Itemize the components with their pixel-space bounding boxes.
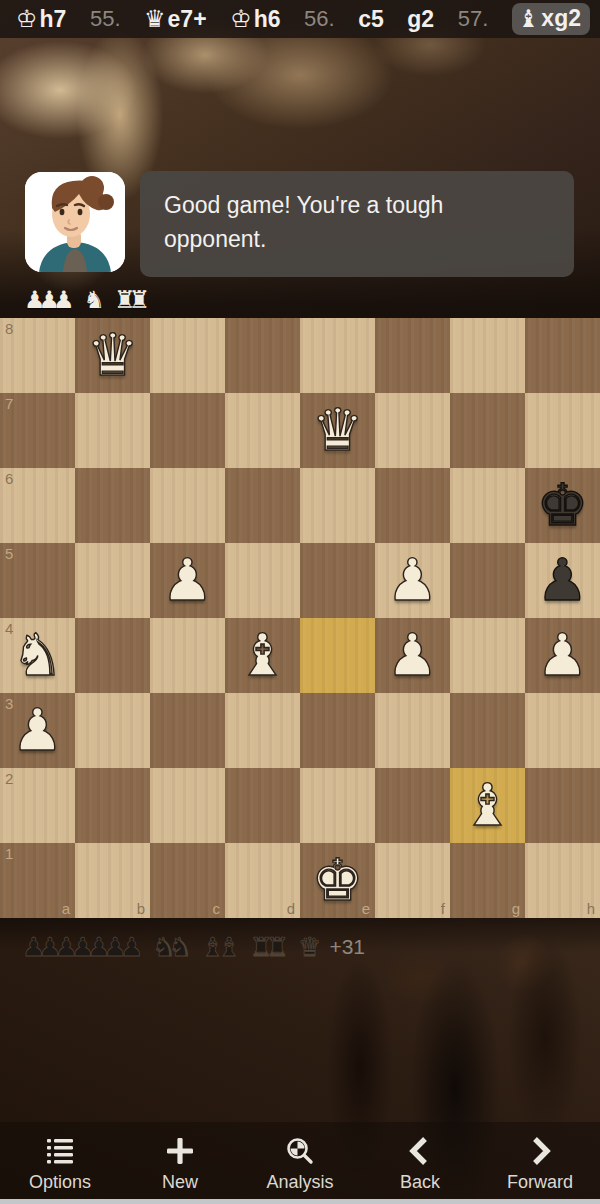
file-label-g: g xyxy=(512,900,520,917)
options-label: Options xyxy=(29,1172,91,1193)
move-text: g2 xyxy=(407,6,434,33)
move-text: c5 xyxy=(358,6,384,33)
move-number: 56. xyxy=(304,6,335,32)
captured-white-pawn-icon: ♟ xyxy=(53,288,75,312)
piece-white-bishop-d4[interactable]: ♝ xyxy=(237,618,289,693)
square-d6[interactable] xyxy=(225,468,300,543)
square-d8[interactable] xyxy=(225,318,300,393)
square-b2[interactable] xyxy=(75,768,150,843)
rank-label-1: 1 xyxy=(5,845,13,862)
square-a3[interactable]: 3♟ xyxy=(0,693,75,768)
square-e3[interactable] xyxy=(300,693,375,768)
move-text: h7 xyxy=(40,6,67,33)
analysis-label: Analysis xyxy=(266,1172,333,1193)
square-c3[interactable] xyxy=(150,693,225,768)
chess-app-screen: ♔h755.♛e7+♔h656.c5g257.♝xg2 Good game! Y… xyxy=(0,0,600,1204)
square-a8[interactable]: 8 xyxy=(0,318,75,393)
square-c2[interactable] xyxy=(150,768,225,843)
chevron-left-icon xyxy=(405,1136,435,1166)
forward-button[interactable]: Forward xyxy=(480,1128,600,1204)
current-move[interactable]: ♝xg2 xyxy=(512,3,590,35)
piece-white-pawn-f4[interactable]: ♟ xyxy=(387,618,439,693)
move-token[interactable]: g2 xyxy=(407,6,434,33)
file-label-f: f xyxy=(441,900,445,917)
bottom-nav: Options New Analysis xyxy=(0,1128,600,1204)
new-label: New xyxy=(162,1172,198,1193)
square-a2[interactable]: 2 xyxy=(0,768,75,843)
file-label-h: h xyxy=(587,900,595,917)
piece-white-queen-b8[interactable]: ♛ xyxy=(87,318,139,393)
square-b7[interactable] xyxy=(75,393,150,468)
back-label: Back xyxy=(400,1172,440,1193)
square-d3[interactable] xyxy=(225,693,300,768)
square-c4[interactable] xyxy=(150,618,225,693)
chat-message: Good game! You're a tough opponent. xyxy=(164,192,443,252)
square-a6[interactable]: 6 xyxy=(0,468,75,543)
file-label-b: b xyxy=(137,900,145,917)
square-g8[interactable] xyxy=(450,318,525,393)
captured-black-rook-icon: ♜ xyxy=(266,934,289,960)
move-text: xg2 xyxy=(541,5,581,32)
square-d4[interactable]: ♝ xyxy=(225,618,300,693)
square-h2[interactable] xyxy=(525,768,600,843)
rank-label-7: 7 xyxy=(5,395,13,412)
square-b3[interactable] xyxy=(75,693,150,768)
square-c8[interactable] xyxy=(150,318,225,393)
square-f3[interactable] xyxy=(375,693,450,768)
move-number: 55. xyxy=(90,6,121,32)
rank-label-6: 6 xyxy=(5,470,13,487)
analysis-icon xyxy=(285,1136,315,1166)
square-g7[interactable] xyxy=(450,393,525,468)
square-a5[interactable]: 5 xyxy=(0,543,75,618)
piece-black-pawn-h5[interactable]: ♟ xyxy=(537,543,589,618)
square-b1[interactable]: b xyxy=(75,843,150,918)
piece-white-knight-a4[interactable]: ♞ xyxy=(12,618,64,693)
opponent-avatar[interactable] xyxy=(25,172,125,272)
chess-board: 8♛7♛6♚5♟♟♟4♞♝♟♟3♟2♝1abcde♚fgh xyxy=(0,318,600,918)
square-f7[interactable] xyxy=(375,393,450,468)
piece-white-pawn-c5[interactable]: ♟ xyxy=(162,543,214,618)
square-e6[interactable] xyxy=(300,468,375,543)
move-number: 57. xyxy=(458,6,489,32)
move-list-bar: ♔h755.♛e7+♔h656.c5g257.♝xg2 xyxy=(0,0,600,38)
square-a7[interactable]: 7 xyxy=(0,393,75,468)
square-e4[interactable] xyxy=(300,618,375,693)
captured-black-bishop-icon: ♝ xyxy=(217,934,240,960)
square-f1[interactable]: f xyxy=(375,843,450,918)
rank-label-5: 5 xyxy=(5,545,13,562)
options-button[interactable]: Options xyxy=(0,1128,120,1204)
square-g2[interactable]: ♝ xyxy=(450,768,525,843)
gesture-bar xyxy=(0,1199,600,1204)
square-b5[interactable] xyxy=(75,543,150,618)
square-f4[interactable]: ♟ xyxy=(375,618,450,693)
piece-white-pawn-a3[interactable]: ♟ xyxy=(12,693,64,768)
square-h3[interactable] xyxy=(525,693,600,768)
forward-label: Forward xyxy=(507,1172,573,1193)
square-f6[interactable] xyxy=(375,468,450,543)
square-b4[interactable] xyxy=(75,618,150,693)
white-queen-icon: ♛ xyxy=(144,7,166,31)
square-g4[interactable] xyxy=(450,618,525,693)
white-king-icon: ♔ xyxy=(230,7,252,31)
square-c5[interactable]: ♟ xyxy=(150,543,225,618)
back-button[interactable]: Back xyxy=(360,1128,480,1204)
chevron-right-icon xyxy=(525,1136,555,1166)
list-icon xyxy=(45,1136,75,1166)
square-d7[interactable] xyxy=(225,393,300,468)
square-b6[interactable] xyxy=(75,468,150,543)
plus-icon xyxy=(165,1136,195,1166)
square-a1[interactable]: 1a xyxy=(0,843,75,918)
square-d5[interactable] xyxy=(225,543,300,618)
square-e7[interactable]: ♛ xyxy=(300,393,375,468)
piece-white-king-e1[interactable]: ♚ xyxy=(312,843,364,918)
move-token[interactable]: c5 xyxy=(358,6,384,33)
file-label-a: a xyxy=(62,900,70,917)
analysis-button[interactable]: Analysis xyxy=(240,1128,360,1204)
square-c6[interactable] xyxy=(150,468,225,543)
rank-label-8: 8 xyxy=(5,320,13,337)
white-bishop-icon: ♝ xyxy=(518,7,540,31)
square-e1[interactable]: e♚ xyxy=(300,843,375,918)
piece-white-pawn-f5[interactable]: ♟ xyxy=(387,543,439,618)
square-g1[interactable]: g xyxy=(450,843,525,918)
square-h4[interactable]: ♟ xyxy=(525,618,600,693)
piece-black-king-h6[interactable]: ♚ xyxy=(537,468,589,543)
square-h8[interactable] xyxy=(525,318,600,393)
captured-black-queen-icon: ♛ xyxy=(298,934,321,960)
square-f8[interactable] xyxy=(375,318,450,393)
captured-black-knight-icon: ♞ xyxy=(169,934,192,960)
file-label-c: c xyxy=(213,900,221,917)
move-token[interactable]: ♛e7+ xyxy=(144,6,207,33)
opponent-chat-bubble: Good game! You're a tough opponent. xyxy=(140,171,574,277)
square-c7[interactable] xyxy=(150,393,225,468)
move-text: h6 xyxy=(254,6,281,33)
square-d2[interactable] xyxy=(225,768,300,843)
new-game-button[interactable]: New xyxy=(120,1128,240,1204)
square-e5[interactable] xyxy=(300,543,375,618)
square-g3[interactable] xyxy=(450,693,525,768)
white-king-icon: ♔ xyxy=(16,7,38,31)
square-f5[interactable]: ♟ xyxy=(375,543,450,618)
square-c1[interactable]: c xyxy=(150,843,225,918)
captured-white-rook-icon: ♜ xyxy=(129,288,151,312)
square-b8[interactable]: ♛ xyxy=(75,318,150,393)
piece-white-queen-e7[interactable]: ♛ xyxy=(312,393,364,468)
move-token[interactable]: ♔h6 xyxy=(230,6,280,33)
square-f2[interactable] xyxy=(375,768,450,843)
square-h7[interactable] xyxy=(525,393,600,468)
player-captured-tray: ♟♟♟♟♟♟♟♞♞♝♝♜♜♛+31 xyxy=(22,928,365,960)
square-e8[interactable] xyxy=(300,318,375,393)
piece-white-pawn-h4[interactable]: ♟ xyxy=(537,618,589,693)
square-d1[interactable]: d xyxy=(225,843,300,918)
move-text: e7+ xyxy=(168,6,207,33)
square-g6[interactable] xyxy=(450,468,525,543)
piece-white-bishop-g2[interactable]: ♝ xyxy=(462,768,514,843)
square-h6[interactable]: ♚ xyxy=(525,468,600,543)
file-label-d: d xyxy=(287,900,295,917)
square-h5[interactable]: ♟ xyxy=(525,543,600,618)
square-a4[interactable]: 4♞ xyxy=(0,618,75,693)
square-e2[interactable] xyxy=(300,768,375,843)
opponent-captured-tray: ♟♟♟♞♜♜ xyxy=(24,284,150,312)
captured-black-pawn-icon: ♟ xyxy=(120,934,143,960)
square-g5[interactable] xyxy=(450,543,525,618)
material-advantage: +31 xyxy=(329,934,365,960)
rank-label-2: 2 xyxy=(5,770,13,787)
opponent-avatar-illustration xyxy=(25,172,125,272)
move-token[interactable]: ♔h7 xyxy=(16,6,66,33)
captured-white-knight-icon: ♞ xyxy=(84,288,106,312)
square-h1[interactable]: h xyxy=(525,843,600,918)
